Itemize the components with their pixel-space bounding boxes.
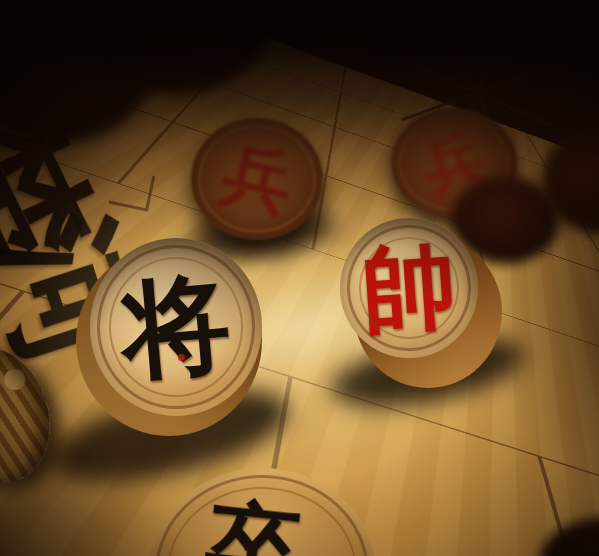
piece-shading	[90, 238, 262, 416]
black-soldier-piece[interactable]: 卒	[148, 468, 376, 556]
piece-face: 帥	[340, 218, 478, 358]
red-general-character: 帥	[359, 238, 459, 338]
red-soldier-piece[interactable]: 兵	[191, 118, 323, 240]
red-soldier-character: 兵	[215, 137, 299, 221]
red-blemish-dot	[178, 354, 185, 361]
black-general-piece[interactable]: 将	[88, 238, 270, 430]
xiangqi-photo-scene: 楚 河 兵 兵 卒 将	[0, 0, 599, 556]
black-general-character: 将	[117, 268, 234, 385]
black-soldier-character: 卒	[201, 495, 307, 556]
piece-shading	[340, 218, 478, 358]
red-general-piece[interactable]: 帥	[340, 218, 500, 388]
piece-face: 兵	[191, 118, 323, 240]
piece-face: 将	[90, 238, 262, 416]
